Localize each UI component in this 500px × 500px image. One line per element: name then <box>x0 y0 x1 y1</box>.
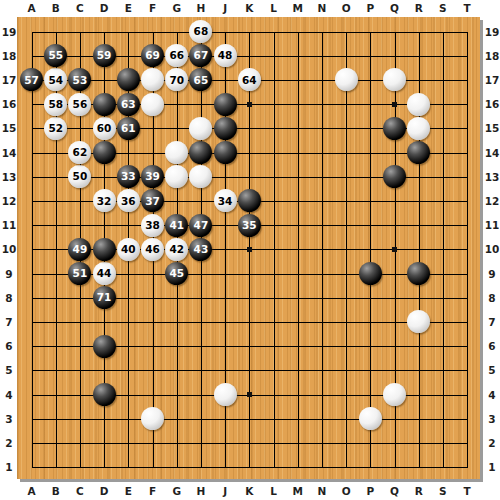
move-number: 56 <box>73 99 88 110</box>
move-number: 33 <box>121 171 136 182</box>
column-label: L <box>270 485 277 497</box>
move-number: 71 <box>97 292 112 303</box>
stone-black-move-35[interactable]: 35 <box>238 214 261 237</box>
move-number: 70 <box>169 75 184 86</box>
stone-white-move-40[interactable]: 40 <box>117 238 140 261</box>
row-label: 8 <box>488 292 495 304</box>
move-number: 52 <box>48 123 63 134</box>
column-label: B <box>52 485 60 497</box>
row-label: 3 <box>488 413 495 425</box>
row-label: 13 <box>2 171 17 183</box>
row-label: 2 <box>5 437 12 449</box>
column-label: S <box>439 2 447 14</box>
row-label: 1 <box>488 461 495 473</box>
column-label: H <box>196 485 205 497</box>
column-label: G <box>172 2 181 14</box>
column-label: K <box>245 2 253 14</box>
grid-line-horizontal <box>32 322 469 323</box>
row-label: 7 <box>488 316 495 328</box>
row-label: 13 <box>485 171 500 183</box>
column-label: P <box>366 485 374 497</box>
grid-line-horizontal <box>32 443 469 444</box>
move-number: 49 <box>73 244 88 255</box>
stone-black-move-43[interactable]: 43 <box>189 238 212 261</box>
move-number: 50 <box>73 171 88 182</box>
grid-line-vertical <box>443 32 444 469</box>
stone-black-move-69[interactable]: 69 <box>141 44 164 67</box>
stone-white[interactable] <box>165 165 188 188</box>
stone-white[interactable] <box>383 68 406 91</box>
row-label: 17 <box>2 74 17 86</box>
stone-black[interactable] <box>407 262 430 285</box>
grid-line-vertical <box>346 32 347 469</box>
row-label: 18 <box>2 50 17 62</box>
row-label: 3 <box>5 413 12 425</box>
column-label: H <box>196 2 205 14</box>
stone-black-move-71[interactable]: 71 <box>93 286 116 309</box>
column-label: T <box>464 2 471 14</box>
stone-black-move-65[interactable]: 65 <box>189 68 212 91</box>
move-number: 57 <box>24 75 39 86</box>
stone-white-move-58[interactable]: 58 <box>44 93 67 116</box>
row-label: 8 <box>5 292 12 304</box>
grid-line-vertical <box>274 32 275 469</box>
grid-line-horizontal <box>32 467 469 468</box>
stone-black-move-59[interactable]: 59 <box>93 44 116 67</box>
move-number: 66 <box>169 50 184 61</box>
stone-black-move-55[interactable]: 55 <box>44 44 67 67</box>
stone-black[interactable] <box>383 165 406 188</box>
move-number: 37 <box>145 196 160 207</box>
stone-black-move-47[interactable]: 47 <box>189 214 212 237</box>
star-point <box>247 392 252 397</box>
row-label: 15 <box>485 122 500 134</box>
stone-black-move-67[interactable]: 67 <box>189 44 212 67</box>
column-label: A <box>27 2 35 14</box>
stone-white-move-70[interactable]: 70 <box>165 68 188 91</box>
star-point <box>247 102 252 107</box>
stone-white-move-66[interactable]: 66 <box>165 44 188 67</box>
star-point <box>247 247 252 252</box>
stone-white-move-46[interactable]: 46 <box>141 238 164 261</box>
stone-black-move-39[interactable]: 39 <box>141 165 164 188</box>
stone-black[interactable] <box>214 141 237 164</box>
column-label: E <box>125 485 132 497</box>
row-label: 6 <box>488 340 495 352</box>
row-label: 12 <box>485 195 500 207</box>
stone-black-move-57[interactable]: 57 <box>20 68 43 91</box>
row-label: 4 <box>488 389 495 401</box>
move-number: 51 <box>73 268 88 279</box>
stone-black[interactable] <box>214 117 237 140</box>
stone-black[interactable] <box>407 141 430 164</box>
stone-white[interactable] <box>141 68 164 91</box>
row-label: 16 <box>2 98 17 110</box>
stone-white-move-38[interactable]: 38 <box>141 214 164 237</box>
stone-white-move-50[interactable]: 50 <box>68 165 91 188</box>
row-label: 9 <box>5 268 12 280</box>
move-number: 34 <box>218 196 233 207</box>
stone-white[interactable] <box>359 407 382 430</box>
move-number: 63 <box>121 99 136 110</box>
stone-white-move-48[interactable]: 48 <box>214 44 237 67</box>
row-label: 12 <box>2 195 17 207</box>
stone-white[interactable] <box>214 383 237 406</box>
move-number: 60 <box>97 123 112 134</box>
column-label: K <box>245 485 253 497</box>
stone-black-move-63[interactable]: 63 <box>117 93 140 116</box>
grid-line-horizontal <box>32 419 469 420</box>
stone-black[interactable] <box>93 238 116 261</box>
stone-black[interactable] <box>238 189 261 212</box>
column-label: G <box>172 485 181 497</box>
column-label: A <box>27 485 35 497</box>
stone-white[interactable] <box>165 141 188 164</box>
row-label: 19 <box>485 26 500 38</box>
column-label: D <box>100 2 109 14</box>
column-label: P <box>366 2 374 14</box>
row-label: 14 <box>2 147 17 159</box>
move-number: 69 <box>145 50 160 61</box>
row-label: 10 <box>485 243 500 255</box>
column-label: B <box>52 2 60 14</box>
row-label: 7 <box>5 316 12 328</box>
move-number: 40 <box>121 244 136 255</box>
stone-black-move-51[interactable]: 51 <box>68 262 91 285</box>
grid-line-vertical <box>322 32 323 469</box>
stone-black-move-45[interactable]: 45 <box>165 262 188 285</box>
move-number: 38 <box>145 220 160 231</box>
column-label: J <box>223 2 227 14</box>
column-label: L <box>270 2 277 14</box>
column-label: N <box>317 2 326 14</box>
stone-black[interactable] <box>93 141 116 164</box>
star-point <box>392 247 397 252</box>
row-label: 11 <box>485 219 500 231</box>
move-number: 32 <box>97 196 112 207</box>
column-label: R <box>415 485 423 497</box>
move-number: 46 <box>145 244 160 255</box>
stone-black-move-49[interactable]: 49 <box>68 238 91 261</box>
grid-line-vertical <box>298 32 299 469</box>
move-number: 43 <box>194 244 209 255</box>
column-label: N <box>317 485 326 497</box>
stone-black[interactable] <box>359 262 382 285</box>
column-label: C <box>76 2 84 14</box>
stone-white-move-54[interactable]: 54 <box>44 68 67 91</box>
row-label: 2 <box>488 437 495 449</box>
column-label: E <box>125 2 132 14</box>
stone-black-move-37[interactable]: 37 <box>141 189 164 212</box>
stone-black[interactable] <box>214 93 237 116</box>
move-number: 65 <box>194 75 209 86</box>
column-label: C <box>76 485 84 497</box>
move-number: 53 <box>73 75 88 86</box>
stone-white[interactable] <box>141 93 164 116</box>
row-label: 9 <box>488 268 495 280</box>
row-label: 4 <box>5 389 12 401</box>
row-label: 6 <box>5 340 12 352</box>
stone-white-move-34[interactable]: 34 <box>214 189 237 212</box>
row-label: 15 <box>2 122 17 134</box>
move-number: 48 <box>218 50 233 61</box>
stone-white-move-68[interactable]: 68 <box>189 20 212 43</box>
move-number: 55 <box>48 50 63 61</box>
move-number: 35 <box>242 220 257 231</box>
stone-white-move-56[interactable]: 56 <box>68 93 91 116</box>
stone-white-move-60[interactable]: 60 <box>93 117 116 140</box>
star-point <box>392 102 397 107</box>
row-label: 10 <box>2 243 17 255</box>
row-label: 1 <box>5 461 12 473</box>
stone-black[interactable] <box>93 93 116 116</box>
row-label: 18 <box>485 50 500 62</box>
column-label: R <box>415 2 423 14</box>
grid-line-vertical <box>370 32 371 469</box>
stone-white-move-36[interactable]: 36 <box>117 189 140 212</box>
row-label: 11 <box>2 219 17 231</box>
grid-line-horizontal <box>32 370 469 371</box>
stone-white[interactable] <box>383 383 406 406</box>
row-label: 5 <box>5 364 12 376</box>
move-number: 62 <box>73 147 88 158</box>
stone-white-move-64[interactable]: 64 <box>238 68 261 91</box>
stone-white[interactable] <box>407 117 430 140</box>
column-label: M <box>292 485 302 497</box>
column-label: F <box>149 485 156 497</box>
column-label: Q <box>390 485 399 497</box>
move-number: 36 <box>121 196 136 207</box>
column-label: S <box>439 485 447 497</box>
stone-white-move-62[interactable]: 62 <box>68 141 91 164</box>
column-label: Q <box>390 2 399 14</box>
row-label: 17 <box>485 74 500 86</box>
move-number: 47 <box>194 220 209 231</box>
column-label: O <box>342 485 351 497</box>
move-number: 42 <box>169 244 184 255</box>
column-label: J <box>223 485 227 497</box>
go-board[interactable]: 3233343536373839404142434445464748495051… <box>17 17 480 479</box>
stone-white[interactable] <box>407 310 430 333</box>
stone-black[interactable] <box>93 383 116 406</box>
stone-white-move-52[interactable]: 52 <box>44 117 67 140</box>
stone-white[interactable] <box>189 165 212 188</box>
move-number: 61 <box>121 123 136 134</box>
stone-black[interactable] <box>189 141 212 164</box>
go-diagram: ABCDEFGHJKLMNOPQRST ABCDEFGHJKLMNOPQRST … <box>0 0 500 500</box>
row-label: 14 <box>485 147 500 159</box>
stone-black-move-41[interactable]: 41 <box>165 214 188 237</box>
stone-black-move-53[interactable]: 53 <box>68 68 91 91</box>
stone-white-move-44[interactable]: 44 <box>93 262 116 285</box>
column-label: F <box>149 2 156 14</box>
stone-black[interactable] <box>383 117 406 140</box>
stone-white[interactable] <box>141 407 164 430</box>
stone-black-move-33[interactable]: 33 <box>117 165 140 188</box>
stone-white[interactable] <box>189 117 212 140</box>
grid-line-vertical <box>467 32 468 469</box>
row-label: 16 <box>485 98 500 110</box>
stone-white[interactable] <box>335 68 358 91</box>
move-number: 68 <box>194 26 209 37</box>
row-label: 19 <box>2 26 17 38</box>
column-label: M <box>292 2 302 14</box>
move-number: 45 <box>169 268 184 279</box>
move-number: 67 <box>194 50 209 61</box>
move-number: 41 <box>169 220 184 231</box>
move-number: 59 <box>97 50 112 61</box>
column-label: T <box>464 485 471 497</box>
stone-white-move-42[interactable]: 42 <box>165 238 188 261</box>
stone-black[interactable] <box>93 335 116 358</box>
stone-white-move-32[interactable]: 32 <box>93 189 116 212</box>
move-number: 58 <box>48 99 63 110</box>
column-label: O <box>342 2 351 14</box>
column-label: D <box>100 485 109 497</box>
stone-black[interactable] <box>117 68 140 91</box>
stone-black-move-61[interactable]: 61 <box>117 117 140 140</box>
move-number: 44 <box>97 268 112 279</box>
move-number: 39 <box>145 171 160 182</box>
stone-white[interactable] <box>407 93 430 116</box>
row-label: 5 <box>488 364 495 376</box>
move-number: 54 <box>48 75 63 86</box>
move-number: 64 <box>242 75 257 86</box>
